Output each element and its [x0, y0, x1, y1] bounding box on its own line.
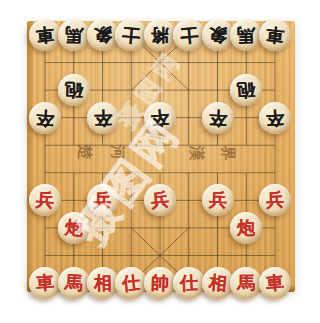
piece-black-advisor[interactable]: 士	[115, 19, 147, 51]
piece-glyph: 卒	[208, 108, 227, 127]
piece-glyph: 象	[208, 26, 227, 45]
photo-canvas: 楚 河 漢 界 車馬象士將士象馬車砲砲卒卒卒卒卒兵兵兵兵兵炮炮車馬相仕帥仕相馬車…	[0, 0, 320, 323]
piece-red-elephant[interactable]: 相	[202, 267, 234, 299]
piece-glyph: 砲	[237, 81, 256, 100]
piece-red-soldier[interactable]: 兵	[29, 184, 61, 216]
piece-black-horse[interactable]: 馬	[58, 19, 90, 51]
piece-red-horse[interactable]: 馬	[230, 267, 262, 299]
piece-glyph: 仕	[179, 274, 198, 293]
piece-black-soldier[interactable]: 卒	[87, 102, 119, 134]
piece-glyph: 士	[179, 25, 199, 45]
piece-red-elephant[interactable]: 相	[87, 267, 119, 299]
piece-glyph: 兵	[208, 191, 227, 210]
piece-glyph: 兵	[266, 191, 285, 210]
piece-glyph: 帥	[151, 274, 170, 293]
piece-black-soldier[interactable]: 卒	[144, 102, 176, 134]
piece-black-soldier[interactable]: 卒	[29, 102, 61, 134]
piece-glyph: 相	[93, 274, 111, 292]
piece-glyph: 車	[265, 25, 285, 45]
piece-black-advisor[interactable]: 士	[173, 19, 205, 51]
piece-glyph: 車	[35, 273, 54, 292]
piece-glyph: 車	[265, 273, 285, 293]
pieces-layer: 車馬象士將士象馬車砲砲卒卒卒卒卒兵兵兵兵兵炮炮車馬相仕帥仕相馬車	[45, 35, 275, 283]
piece-glyph: 士	[121, 25, 141, 45]
piece-red-chariot[interactable]: 車	[29, 267, 61, 299]
piece-glyph: 卒	[266, 108, 285, 127]
piece-glyph: 仕	[121, 273, 141, 293]
board-left-edge-face	[27, 21, 33, 292]
piece-glyph: 炮	[64, 218, 84, 238]
piece-red-general[interactable]: 帥	[144, 267, 176, 299]
piece-black-soldier[interactable]: 卒	[259, 102, 291, 134]
piece-red-horse[interactable]: 馬	[58, 267, 90, 299]
piece-glyph: 將	[151, 26, 169, 44]
piece-red-soldier[interactable]: 兵	[87, 184, 119, 216]
piece-glyph: 卒	[93, 109, 111, 127]
piece-red-advisor[interactable]: 仕	[173, 267, 205, 299]
piece-glyph: 兵	[35, 191, 55, 211]
piece-glyph: 兵	[150, 191, 170, 211]
piece-glyph: 炮	[237, 219, 255, 237]
piece-red-soldier[interactable]: 兵	[259, 184, 291, 216]
piece-glyph: 馬	[64, 26, 83, 45]
piece-black-elephant[interactable]: 象	[202, 19, 234, 51]
piece-red-cannon[interactable]: 炮	[58, 212, 90, 244]
piece-black-general[interactable]: 將	[144, 19, 176, 51]
piece-glyph: 馬	[64, 273, 83, 292]
piece-red-cannon[interactable]: 炮	[230, 212, 262, 244]
piece-glyph: 象	[93, 26, 112, 45]
piece-black-horse[interactable]: 馬	[230, 19, 262, 51]
piece-glyph: 車	[35, 25, 55, 45]
piece-red-soldier[interactable]: 兵	[202, 184, 234, 216]
piece-black-elephant[interactable]: 象	[87, 19, 119, 51]
piece-red-chariot[interactable]: 車	[259, 267, 291, 299]
piece-black-chariot[interactable]: 車	[259, 19, 291, 51]
piece-glyph: 相	[208, 273, 228, 293]
piece-glyph: 兵	[94, 191, 112, 209]
piece-glyph: 馬	[237, 26, 256, 45]
piece-glyph: 卒	[150, 108, 170, 128]
piece-black-cannon[interactable]: 砲	[58, 74, 90, 106]
piece-glyph: 馬	[237, 274, 255, 292]
piece-black-cannon[interactable]: 砲	[230, 74, 262, 106]
piece-red-advisor[interactable]: 仕	[115, 267, 147, 299]
xiangqi-board: 楚 河 漢 界 車馬象士將士象馬車砲砲卒卒卒卒卒兵兵兵兵兵炮炮車馬相仕帥仕相馬車	[27, 21, 295, 292]
piece-glyph: 砲	[65, 81, 83, 99]
piece-black-chariot[interactable]: 車	[29, 19, 61, 51]
piece-red-soldier[interactable]: 兵	[144, 184, 176, 216]
piece-black-soldier[interactable]: 卒	[202, 102, 234, 134]
piece-glyph: 卒	[35, 108, 54, 127]
